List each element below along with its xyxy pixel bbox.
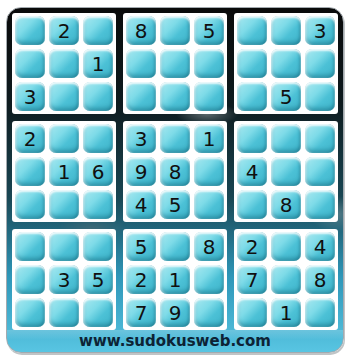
sudoku-cell-r2c7[interactable]	[237, 49, 267, 78]
sudoku-cell-r8c3[interactable]: 5	[83, 265, 113, 294]
sudoku-cell-r4c5[interactable]	[160, 124, 190, 153]
sudoku-cell-r4c9[interactable]	[305, 124, 335, 153]
sudoku-cell-r4c3[interactable]	[83, 124, 113, 153]
sudoku-cell-r4c7[interactable]	[237, 124, 267, 153]
sudoku-cell-r9c6[interactable]	[194, 298, 224, 327]
sudoku-board: 2138535216319845483558217924781	[12, 13, 338, 330]
sudoku-cell-r1c8[interactable]	[271, 16, 301, 45]
sudoku-cell-r8c2[interactable]: 3	[49, 265, 79, 294]
sudoku-cell-r8c7[interactable]: 7	[237, 265, 267, 294]
sudoku-box-5: 319845	[123, 121, 227, 222]
sudoku-box-8: 582179	[123, 229, 227, 330]
sudoku-cell-r6c7[interactable]	[237, 190, 267, 219]
sudoku-cell-r2c5[interactable]	[160, 49, 190, 78]
sudoku-cell-r5c5[interactable]: 8	[160, 157, 190, 186]
sudoku-cell-r6c3[interactable]	[83, 190, 113, 219]
sudoku-cell-r9c1[interactable]	[15, 298, 45, 327]
sudoku-cell-r2c8[interactable]	[271, 49, 301, 78]
sudoku-cell-r5c4[interactable]: 9	[126, 157, 156, 186]
sudoku-cell-r9c3[interactable]	[83, 298, 113, 327]
sudoku-cell-r1c5[interactable]	[160, 16, 190, 45]
sudoku-cell-r5c9[interactable]	[305, 157, 335, 186]
sudoku-cell-r6c8[interactable]: 8	[271, 190, 301, 219]
sudoku-cell-r1c9[interactable]: 3	[305, 16, 335, 45]
sudoku-box-4: 216	[12, 121, 116, 222]
sudoku-cell-r1c4[interactable]: 8	[126, 16, 156, 45]
sudoku-cell-r6c2[interactable]	[49, 190, 79, 219]
sudoku-cell-r5c2[interactable]: 1	[49, 157, 79, 186]
sudoku-cell-r3c7[interactable]	[237, 82, 267, 111]
sudoku-cell-r8c8[interactable]	[271, 265, 301, 294]
sudoku-cell-r2c9[interactable]	[305, 49, 335, 78]
website-url[interactable]: www.sudokusweb.com	[7, 330, 343, 352]
sudoku-cell-r3c3[interactable]	[83, 82, 113, 111]
sudoku-box-6: 48	[234, 121, 338, 222]
sudoku-cell-r7c4[interactable]: 5	[126, 232, 156, 261]
sudoku-cell-r3c2[interactable]	[49, 82, 79, 111]
sudoku-cell-r2c4[interactable]	[126, 49, 156, 78]
sudoku-cell-r3c1[interactable]: 3	[15, 82, 45, 111]
sudoku-cell-r3c8[interactable]: 5	[271, 82, 301, 111]
sudoku-image-frame: 2138535216319845483558217924781 www.sudo…	[6, 7, 344, 353]
sudoku-cell-r6c4[interactable]: 4	[126, 190, 156, 219]
sudoku-cell-r7c1[interactable]	[15, 232, 45, 261]
sudoku-cell-r4c4[interactable]: 3	[126, 124, 156, 153]
sudoku-cell-r8c4[interactable]: 2	[126, 265, 156, 294]
sudoku-cell-r8c9[interactable]: 8	[305, 265, 335, 294]
sudoku-cell-r2c2[interactable]	[49, 49, 79, 78]
sudoku-cell-r1c2[interactable]: 2	[49, 16, 79, 45]
sudoku-cell-r1c6[interactable]: 5	[194, 16, 224, 45]
sudoku-cell-r6c1[interactable]	[15, 190, 45, 219]
sudoku-cell-r4c2[interactable]	[49, 124, 79, 153]
sudoku-cell-r7c5[interactable]	[160, 232, 190, 261]
sudoku-box-1: 213	[12, 13, 116, 114]
sudoku-cell-r7c9[interactable]: 4	[305, 232, 335, 261]
sudoku-box-7: 35	[12, 229, 116, 330]
sudoku-cell-r5c3[interactable]: 6	[83, 157, 113, 186]
sudoku-cell-r4c8[interactable]	[271, 124, 301, 153]
sudoku-cell-r1c7[interactable]	[237, 16, 267, 45]
sudoku-cell-r1c3[interactable]	[83, 16, 113, 45]
sudoku-cell-r7c3[interactable]	[83, 232, 113, 261]
sudoku-box-3: 35	[234, 13, 338, 114]
sudoku-cell-r3c4[interactable]	[126, 82, 156, 111]
sudoku-cell-r9c7[interactable]	[237, 298, 267, 327]
sudoku-cell-r2c3[interactable]: 1	[83, 49, 113, 78]
sudoku-box-9: 24781	[234, 229, 338, 330]
sudoku-box-2: 85	[123, 13, 227, 114]
sudoku-cell-r4c6[interactable]: 1	[194, 124, 224, 153]
sudoku-cell-r6c5[interactable]: 5	[160, 190, 190, 219]
sudoku-cell-r9c2[interactable]	[49, 298, 79, 327]
sudoku-cell-r9c8[interactable]: 1	[271, 298, 301, 327]
sudoku-cell-r5c7[interactable]: 4	[237, 157, 267, 186]
sudoku-cell-r9c4[interactable]: 7	[126, 298, 156, 327]
sudoku-cell-r4c1[interactable]: 2	[15, 124, 45, 153]
sudoku-cell-r7c2[interactable]	[49, 232, 79, 261]
sudoku-cell-r5c8[interactable]	[271, 157, 301, 186]
sudoku-cell-r3c6[interactable]	[194, 82, 224, 111]
sudoku-cell-r8c5[interactable]: 1	[160, 265, 190, 294]
sudoku-cell-r6c9[interactable]	[305, 190, 335, 219]
sudoku-cell-r8c1[interactable]	[15, 265, 45, 294]
sudoku-cell-r5c6[interactable]	[194, 157, 224, 186]
sudoku-cell-r6c6[interactable]	[194, 190, 224, 219]
sudoku-cell-r9c5[interactable]: 9	[160, 298, 190, 327]
sudoku-cell-r3c5[interactable]	[160, 82, 190, 111]
sudoku-cell-r2c6[interactable]	[194, 49, 224, 78]
sudoku-cell-r5c1[interactable]	[15, 157, 45, 186]
sudoku-cell-r8c6[interactable]	[194, 265, 224, 294]
sudoku-cell-r2c1[interactable]	[15, 49, 45, 78]
sudoku-cell-r9c9[interactable]	[305, 298, 335, 327]
sudoku-cell-r7c8[interactable]	[271, 232, 301, 261]
sudoku-cell-r1c1[interactable]	[15, 16, 45, 45]
sudoku-cell-r7c6[interactable]: 8	[194, 232, 224, 261]
sudoku-cell-r3c9[interactable]	[305, 82, 335, 111]
sudoku-cell-r7c7[interactable]: 2	[237, 232, 267, 261]
